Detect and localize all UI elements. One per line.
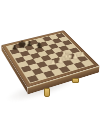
square-d2 — [47, 64, 58, 71]
square-d1 — [51, 68, 63, 75]
brass-clasp — [44, 88, 50, 97]
square-b4 — [26, 59, 37, 66]
square-b5 — [23, 55, 34, 61]
square-f1 — [66, 64, 78, 71]
square-b3 — [29, 63, 40, 70]
square-d4 — [41, 55, 52, 61]
square-b2 — [32, 68, 43, 75]
square-a3 — [21, 65, 32, 72]
board-frame — [1, 30, 100, 87]
square-c1 — [43, 70, 55, 77]
square-b1 — [35, 73, 47, 80]
square-h2 — [77, 56, 88, 62]
product-photo-canvas: ♟♚♟♞♟♟♟♚♟♟ — [0, 0, 100, 125]
square-f2 — [62, 60, 73, 67]
square-h1 — [81, 60, 92, 67]
folding-chess-box: ♟♚♟♞♟♟♟♚♟♟ — [1, 30, 100, 87]
square-a1 — [27, 75, 39, 83]
square-d3 — [44, 59, 55, 66]
square-c3 — [36, 61, 47, 68]
square-a5 — [15, 57, 26, 63]
square-c4 — [33, 57, 44, 63]
square-g2 — [70, 58, 81, 64]
square-a2 — [24, 70, 35, 77]
square-e1 — [59, 66, 71, 73]
square-h3 — [73, 51, 84, 57]
brass-hinge — [72, 78, 79, 83]
square-e2 — [55, 62, 66, 69]
square-a4 — [18, 61, 29, 68]
square-c2 — [40, 66, 51, 73]
square-f3 — [59, 55, 70, 61]
square-e3 — [51, 57, 62, 63]
square-g1 — [74, 62, 85, 69]
